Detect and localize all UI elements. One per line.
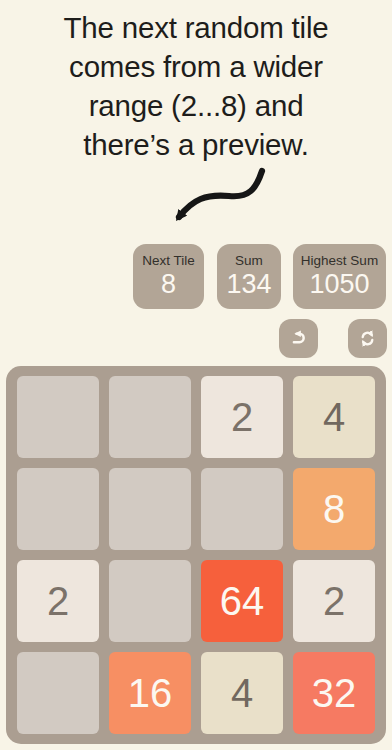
headline-line-2: comes from a wider (0, 47, 392, 86)
sum-label: Sum (235, 253, 263, 268)
headline-line-4: there’s a preview. (0, 125, 392, 164)
tile-4: 4 (201, 652, 283, 734)
refresh-icon (356, 327, 379, 350)
empty-cell (17, 652, 99, 734)
app-screen: The next random tile comes from a wider … (0, 0, 392, 750)
sum-box: Sum 134 (217, 244, 281, 309)
restart-button[interactable] (348, 319, 387, 358)
next-tile-box: Next Tile 8 (133, 244, 204, 309)
headline-text: The next random tile comes from a wider … (0, 8, 392, 164)
empty-cell (109, 560, 191, 642)
tile-2: 2 (201, 376, 283, 458)
headline-line-1: The next random tile (0, 8, 392, 47)
tile-2: 2 (17, 560, 99, 642)
tile-16: 16 (109, 652, 191, 734)
undo-button[interactable] (279, 319, 318, 358)
empty-cell (17, 468, 99, 550)
tile-64: 64 (201, 560, 283, 642)
next-tile-value: 8 (161, 269, 176, 300)
highest-sum-label: Highest Sum (301, 253, 378, 268)
tile-8: 8 (293, 468, 375, 550)
next-tile-label: Next Tile (142, 253, 195, 268)
tile-32: 32 (293, 652, 375, 734)
sum-value: 134 (226, 269, 271, 300)
undo-icon (287, 327, 310, 350)
headline-line-3: range (2...8) and (0, 86, 392, 125)
tile-2: 2 (293, 560, 375, 642)
highest-sum-value: 1050 (309, 269, 369, 300)
tile-4: 4 (293, 376, 375, 458)
board-grid[interactable]: 248264216432 (6, 366, 386, 744)
highest-sum-box: Highest Sum 1050 (293, 244, 386, 309)
empty-cell (109, 376, 191, 458)
empty-cell (109, 468, 191, 550)
empty-cell (17, 376, 99, 458)
empty-cell (201, 468, 283, 550)
